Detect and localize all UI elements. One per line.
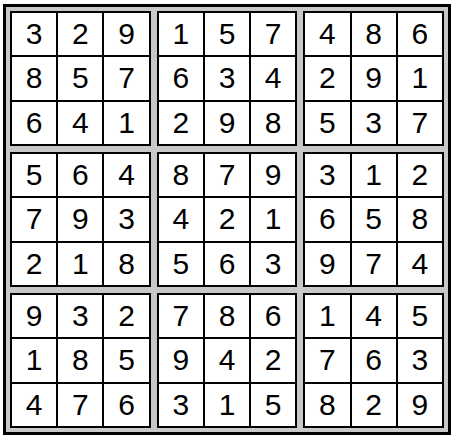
cell-r9c5: 1 <box>205 384 249 426</box>
cell-digit: 6 <box>265 301 282 331</box>
block-6: 312658974 <box>303 152 444 287</box>
cell-digit: 7 <box>26 204 43 234</box>
cell-r5c6: 1 <box>251 198 295 240</box>
cell-digit: 1 <box>172 19 189 49</box>
cell-digit: 2 <box>172 108 189 138</box>
cell-r8c5: 4 <box>205 339 249 381</box>
cell-r8c8: 6 <box>352 339 396 381</box>
cell-digit: 9 <box>118 19 135 49</box>
cell-digit: 8 <box>26 63 43 93</box>
cell-r9c1: 4 <box>12 384 56 426</box>
cell-digit: 5 <box>412 301 429 331</box>
cell-digit: 9 <box>365 63 382 93</box>
cell-digit: 6 <box>365 345 382 375</box>
cell-r1c6: 7 <box>251 13 295 55</box>
cell-digit: 9 <box>172 345 189 375</box>
cell-digit: 4 <box>365 301 382 331</box>
cell-digit: 9 <box>265 160 282 190</box>
cell-digit: 1 <box>412 63 429 93</box>
cell-r3c5: 9 <box>205 102 249 144</box>
cell-r1c3: 9 <box>104 13 148 55</box>
cell-digit: 8 <box>412 204 429 234</box>
sudoku-board: 3298576411576342984862915375647932188794… <box>3 4 451 435</box>
cell-r2c5: 3 <box>205 57 249 99</box>
cell-digit: 3 <box>26 19 43 49</box>
cell-r3c4: 2 <box>159 102 203 144</box>
cell-r2c9: 1 <box>398 57 442 99</box>
cell-digit: 8 <box>219 301 236 331</box>
cell-digit: 2 <box>365 390 382 420</box>
cell-digit: 7 <box>118 63 135 93</box>
cell-digit: 3 <box>365 108 382 138</box>
cell-digit: 3 <box>412 345 429 375</box>
cell-digit: 1 <box>26 345 43 375</box>
cell-r9c4: 3 <box>159 384 203 426</box>
block-9: 145763829 <box>303 293 444 428</box>
cell-r6c6: 3 <box>251 243 295 285</box>
cell-r6c3: 8 <box>104 243 148 285</box>
cell-digit: 8 <box>172 160 189 190</box>
cell-r1c4: 1 <box>159 13 203 55</box>
cell-r4c6: 9 <box>251 154 295 196</box>
cell-digit: 3 <box>72 301 89 331</box>
cell-r5c8: 5 <box>352 198 396 240</box>
block-4: 564793218 <box>10 152 151 287</box>
cell-digit: 8 <box>365 19 382 49</box>
cell-digit: 7 <box>172 301 189 331</box>
block-7: 932185476 <box>10 293 151 428</box>
cell-r6c1: 2 <box>12 243 56 285</box>
cell-digit: 9 <box>219 108 236 138</box>
cell-r9c9: 9 <box>398 384 442 426</box>
cell-digit: 9 <box>72 204 89 234</box>
block-8: 786942315 <box>157 293 298 428</box>
cell-digit: 6 <box>72 160 89 190</box>
block-3: 486291537 <box>303 11 444 146</box>
cell-r7c7: 1 <box>305 295 349 337</box>
cell-digit: 9 <box>412 390 429 420</box>
cell-r3c1: 6 <box>12 102 56 144</box>
cell-digit: 7 <box>72 390 89 420</box>
cell-r1c8: 8 <box>352 13 396 55</box>
cell-digit: 3 <box>319 160 336 190</box>
cell-r5c4: 4 <box>159 198 203 240</box>
cell-r7c5: 8 <box>205 295 249 337</box>
cell-digit: 5 <box>219 19 236 49</box>
block-2: 157634298 <box>157 11 298 146</box>
cell-r2c7: 2 <box>305 57 349 99</box>
cell-digit: 8 <box>319 390 336 420</box>
cell-r8c4: 9 <box>159 339 203 381</box>
cell-r4c2: 6 <box>58 154 102 196</box>
cell-r8c7: 7 <box>305 339 349 381</box>
cell-r8c2: 8 <box>58 339 102 381</box>
cell-r5c9: 8 <box>398 198 442 240</box>
cell-digit: 6 <box>319 204 336 234</box>
cell-digit: 6 <box>172 63 189 93</box>
cell-r7c4: 7 <box>159 295 203 337</box>
cell-r4c8: 1 <box>352 154 396 196</box>
cell-digit: 8 <box>118 249 135 279</box>
cell-r7c8: 4 <box>352 295 396 337</box>
cell-digit: 6 <box>26 108 43 138</box>
cell-r4c3: 4 <box>104 154 148 196</box>
cell-r5c1: 7 <box>12 198 56 240</box>
cell-digit: 4 <box>265 63 282 93</box>
cell-digit: 7 <box>265 19 282 49</box>
cell-r1c1: 3 <box>12 13 56 55</box>
cell-digit: 2 <box>219 204 236 234</box>
cell-r3c7: 5 <box>305 102 349 144</box>
cell-digit: 6 <box>412 19 429 49</box>
cell-r2c3: 7 <box>104 57 148 99</box>
cell-r9c2: 7 <box>58 384 102 426</box>
cell-digit: 5 <box>319 108 336 138</box>
cell-r9c6: 5 <box>251 384 295 426</box>
cell-r1c2: 2 <box>58 13 102 55</box>
cell-r4c1: 5 <box>12 154 56 196</box>
cell-r6c4: 5 <box>159 243 203 285</box>
cell-digit: 3 <box>219 63 236 93</box>
cell-digit: 4 <box>319 19 336 49</box>
cell-r4c7: 3 <box>305 154 349 196</box>
cell-digit: 6 <box>118 390 135 420</box>
cell-r9c7: 8 <box>305 384 349 426</box>
cell-digit: 2 <box>26 249 43 279</box>
cell-r3c9: 7 <box>398 102 442 144</box>
cell-digit: 7 <box>365 249 382 279</box>
cell-r5c7: 6 <box>305 198 349 240</box>
cell-digit: 3 <box>118 204 135 234</box>
cell-r1c7: 4 <box>305 13 349 55</box>
cell-r4c4: 8 <box>159 154 203 196</box>
cell-r5c2: 9 <box>58 198 102 240</box>
cell-r6c5: 6 <box>205 243 249 285</box>
cell-digit: 1 <box>319 301 336 331</box>
cell-digit: 2 <box>265 345 282 375</box>
cell-r6c9: 4 <box>398 243 442 285</box>
cell-digit: 7 <box>412 108 429 138</box>
cell-digit: 4 <box>26 390 43 420</box>
cell-digit: 6 <box>219 249 236 279</box>
cell-digit: 1 <box>118 108 135 138</box>
cell-digit: 3 <box>265 249 282 279</box>
cell-digit: 2 <box>319 63 336 93</box>
cell-r4c5: 7 <box>205 154 249 196</box>
cell-digit: 5 <box>265 390 282 420</box>
cell-r8c6: 2 <box>251 339 295 381</box>
cell-r6c7: 9 <box>305 243 349 285</box>
cell-digit: 9 <box>26 301 43 331</box>
cell-digit: 4 <box>219 345 236 375</box>
cell-digit: 4 <box>172 204 189 234</box>
cell-r7c3: 2 <box>104 295 148 337</box>
cell-digit: 8 <box>265 108 282 138</box>
cell-r2c2: 5 <box>58 57 102 99</box>
cell-digit: 7 <box>319 345 336 375</box>
cell-r3c3: 1 <box>104 102 148 144</box>
cell-digit: 5 <box>72 63 89 93</box>
cell-r8c3: 5 <box>104 339 148 381</box>
cell-r2c1: 8 <box>12 57 56 99</box>
cell-digit: 1 <box>72 249 89 279</box>
cell-digit: 4 <box>412 249 429 279</box>
cell-r9c8: 2 <box>352 384 396 426</box>
cell-r8c1: 1 <box>12 339 56 381</box>
cell-r7c2: 3 <box>58 295 102 337</box>
cell-r7c6: 6 <box>251 295 295 337</box>
cell-r3c2: 4 <box>58 102 102 144</box>
block-1: 329857641 <box>10 11 151 146</box>
cell-r3c8: 3 <box>352 102 396 144</box>
cell-digit: 1 <box>365 160 382 190</box>
cell-digit: 5 <box>172 249 189 279</box>
cell-r2c8: 9 <box>352 57 396 99</box>
cell-digit: 9 <box>319 249 336 279</box>
cell-digit: 5 <box>365 204 382 234</box>
cell-digit: 5 <box>118 345 135 375</box>
cell-r3c6: 8 <box>251 102 295 144</box>
cell-digit: 2 <box>412 160 429 190</box>
cell-r4c9: 2 <box>398 154 442 196</box>
cell-r2c4: 6 <box>159 57 203 99</box>
cell-r1c5: 5 <box>205 13 249 55</box>
cell-digit: 2 <box>118 301 135 331</box>
cell-r6c2: 1 <box>58 243 102 285</box>
cell-digit: 5 <box>26 160 43 190</box>
cell-r5c5: 2 <box>205 198 249 240</box>
cell-digit: 1 <box>265 204 282 234</box>
cell-digit: 2 <box>72 19 89 49</box>
cell-r7c9: 5 <box>398 295 442 337</box>
cell-digit: 4 <box>72 108 89 138</box>
cell-r9c3: 6 <box>104 384 148 426</box>
cell-r8c9: 3 <box>398 339 442 381</box>
cell-r5c3: 3 <box>104 198 148 240</box>
cell-digit: 8 <box>72 345 89 375</box>
block-5: 879421563 <box>157 152 298 287</box>
cell-r1c9: 6 <box>398 13 442 55</box>
cell-r2c6: 4 <box>251 57 295 99</box>
cell-digit: 1 <box>219 390 236 420</box>
cell-digit: 4 <box>118 160 135 190</box>
cell-r7c1: 9 <box>12 295 56 337</box>
cell-r6c8: 7 <box>352 243 396 285</box>
cell-digit: 7 <box>219 160 236 190</box>
cell-digit: 3 <box>172 390 189 420</box>
